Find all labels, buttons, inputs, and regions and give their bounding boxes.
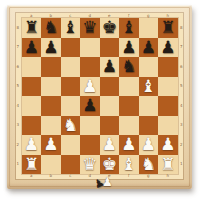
square-c3[interactable]: ♞: [61, 116, 81, 136]
square-h2[interactable]: ♟: [158, 135, 178, 155]
rank-labels-left: 87654321: [17, 18, 20, 174]
piece-white-knight: ♞: [141, 155, 156, 174]
piece-black-knight: ♞: [121, 57, 136, 76]
square-g1[interactable]: ♞: [139, 155, 159, 175]
square-h6[interactable]: [158, 57, 178, 77]
piece-black-pawn: ♟: [121, 38, 136, 57]
coordinate-label: 4: [17, 96, 20, 116]
square-f3[interactable]: [119, 116, 139, 136]
square-f6[interactable]: ♞: [119, 57, 139, 77]
coordinate-label: 4: [180, 96, 183, 116]
square-f2[interactable]: ♟: [119, 135, 139, 155]
piece-black-pawn: ♟: [82, 96, 97, 115]
square-c6[interactable]: [61, 57, 81, 77]
coordinate-label: 7: [180, 38, 183, 58]
piece-black-pawn: ♟: [141, 38, 156, 57]
piece-white-knight: ♞: [63, 116, 78, 135]
square-d7[interactable]: [80, 38, 100, 58]
square-e8[interactable]: ♚: [100, 18, 120, 38]
piece-white-pawn: ♟: [160, 135, 175, 154]
piece-white-bishop: ♝: [121, 155, 136, 174]
square-c8[interactable]: ♝: [61, 18, 81, 38]
coordinate-label: g: [139, 174, 159, 178]
piece-white-rook: ♜: [160, 155, 175, 174]
captured-pieces-tray: ♟ ♟: [93, 173, 117, 197]
square-a6[interactable]: [22, 57, 42, 77]
piece-white-king: ♚: [102, 155, 117, 174]
piece-black-knight: ♞: [43, 18, 58, 37]
square-a4[interactable]: [22, 96, 42, 116]
coordinate-label: a: [22, 174, 42, 178]
square-h8[interactable]: ♜: [158, 18, 178, 38]
coordinate-label: 3: [180, 116, 183, 136]
piece-white-pawn: ♟: [43, 135, 58, 154]
square-c7[interactable]: [61, 38, 81, 58]
square-g6[interactable]: [139, 57, 159, 77]
coordinate-label: 6: [180, 57, 183, 77]
square-e5[interactable]: [100, 77, 120, 97]
square-h5[interactable]: [158, 77, 178, 97]
board-frame: abcdefgh abcdefgh 87654321 87654321 ♜♞♝♛…: [7, 5, 192, 189]
coordinate-label: 3: [17, 116, 20, 136]
captured-white-pawn: ♟: [102, 175, 113, 189]
piece-black-king: ♚: [102, 18, 117, 37]
square-g3[interactable]: [139, 116, 159, 136]
square-b2[interactable]: ♟: [41, 135, 61, 155]
square-b4[interactable]: [41, 96, 61, 116]
square-e1[interactable]: ♚: [100, 155, 120, 175]
square-a8[interactable]: ♜: [22, 18, 42, 38]
square-g8[interactable]: [139, 18, 159, 38]
piece-white-queen: ♛: [82, 155, 97, 174]
square-c5[interactable]: [61, 77, 81, 97]
square-h4[interactable]: [158, 96, 178, 116]
square-f1[interactable]: ♝: [119, 155, 139, 175]
piece-black-rook: ♜: [24, 18, 39, 37]
square-e2[interactable]: ♟: [100, 135, 120, 155]
piece-white-pawn: ♟: [24, 135, 39, 154]
coordinate-label: f: [119, 174, 139, 178]
coordinate-label: 2: [180, 135, 183, 155]
square-f5[interactable]: [119, 77, 139, 97]
piece-black-bishop: ♝: [63, 18, 78, 37]
square-d4[interactable]: ♟: [80, 96, 100, 116]
piece-white-bishop: ♝: [141, 77, 156, 96]
square-g7[interactable]: ♟: [139, 38, 159, 58]
square-c1[interactable]: [61, 155, 81, 175]
square-h7[interactable]: ♟: [158, 38, 178, 58]
coordinate-label: 1: [17, 155, 20, 175]
square-b6[interactable]: [41, 57, 61, 77]
square-g4[interactable]: [139, 96, 159, 116]
square-f4[interactable]: [119, 96, 139, 116]
piece-black-pawn: ♟: [24, 38, 39, 57]
piece-white-pawn: ♟: [141, 135, 156, 154]
square-b7[interactable]: ♟: [41, 38, 61, 58]
coordinate-label: 7: [17, 38, 20, 58]
coordinate-label: 8: [17, 18, 20, 38]
square-h3[interactable]: [158, 116, 178, 136]
piece-white-pawn: ♟: [121, 135, 136, 154]
rank-labels-right: 87654321: [180, 18, 183, 174]
product-photo: abcdefgh abcdefgh 87654321 87654321 ♜♞♝♛…: [0, 0, 200, 200]
square-f8[interactable]: ♝: [119, 18, 139, 38]
coordinate-label: 5: [180, 77, 183, 97]
square-e7[interactable]: [100, 38, 120, 58]
coordinate-label: 1: [180, 155, 183, 175]
coordinate-label: 5: [17, 77, 20, 97]
square-f7[interactable]: ♟: [119, 38, 139, 58]
piece-black-pawn: ♟: [43, 38, 58, 57]
square-d5[interactable]: ♟: [80, 77, 100, 97]
coordinate-label: 2: [17, 135, 20, 155]
piece-white-pawn: ♟: [102, 135, 117, 154]
square-e3[interactable]: [100, 116, 120, 136]
square-d1[interactable]: ♛: [80, 155, 100, 175]
square-a2[interactable]: ♟: [22, 135, 42, 155]
square-d2[interactable]: [80, 135, 100, 155]
piece-black-pawn: ♟: [102, 57, 117, 76]
square-d3[interactable]: [80, 116, 100, 136]
coordinate-label: h: [158, 174, 178, 178]
square-g2[interactable]: ♟: [139, 135, 159, 155]
square-h1[interactable]: ♜: [158, 155, 178, 175]
square-a7[interactable]: ♟: [22, 38, 42, 58]
piece-black-queen: ♛: [82, 18, 97, 37]
piece-black-pawn: ♟: [160, 38, 175, 57]
square-e4[interactable]: [100, 96, 120, 116]
piece-white-pawn: ♟: [82, 77, 97, 96]
piece-black-rook: ♜: [160, 18, 175, 37]
square-a3[interactable]: [22, 116, 42, 136]
board-surface: abcdefgh abcdefgh 87654321 87654321 ♜♞♝♛…: [16, 13, 183, 179]
square-c2[interactable]: [61, 135, 81, 155]
coordinate-label: c: [61, 174, 81, 178]
square-a1[interactable]: ♜: [22, 155, 42, 175]
square-b1[interactable]: [41, 155, 61, 175]
piece-white-rook: ♜: [24, 155, 39, 174]
square-a5[interactable]: [22, 77, 42, 97]
square-d6[interactable]: [80, 57, 100, 77]
coordinate-label: b: [41, 174, 61, 178]
square-g5[interactable]: ♝: [139, 77, 159, 97]
chess-grid: ♜♞♝♛♚♝♜♟♟♟♟♟♟♞♟♝♟♞♟♟♟♟♟♟♜♛♚♝♞♜: [22, 18, 178, 174]
square-b5[interactable]: [41, 77, 61, 97]
piece-black-bishop: ♝: [121, 18, 136, 37]
coordinate-label: 6: [17, 57, 20, 77]
coordinate-label: 8: [180, 18, 183, 38]
square-d8[interactable]: ♛: [80, 18, 100, 38]
square-b3[interactable]: [41, 116, 61, 136]
square-e6[interactable]: ♟: [100, 57, 120, 77]
square-c4[interactable]: [61, 96, 81, 116]
square-b8[interactable]: ♞: [41, 18, 61, 38]
